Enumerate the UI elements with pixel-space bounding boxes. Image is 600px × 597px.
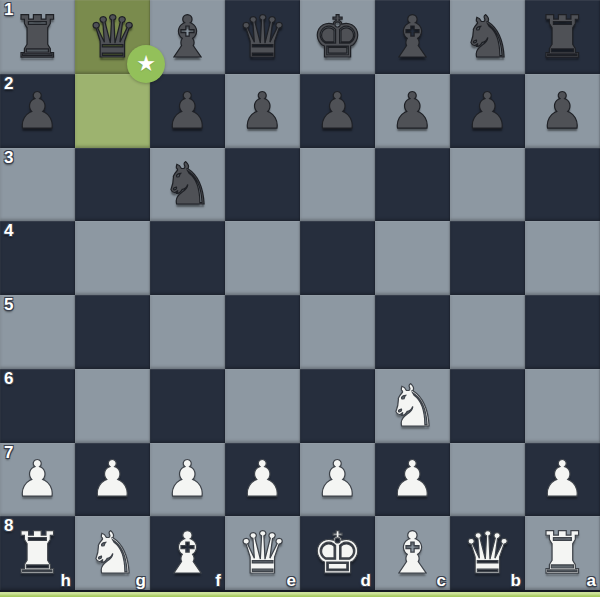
square-e2[interactable]: ♟	[225, 74, 300, 148]
square-c2[interactable]: ♟	[375, 74, 450, 148]
square-h6[interactable]: 6	[0, 369, 75, 443]
square-e3[interactable]	[225, 148, 300, 222]
white-pawn-piece[interactable]: ♟	[90, 454, 135, 504]
file-label-h: h	[61, 572, 71, 589]
square-h8[interactable]: ♜8h	[0, 516, 75, 590]
square-e7[interactable]: ♟	[225, 443, 300, 517]
square-d7[interactable]: ♟	[300, 443, 375, 517]
square-d5[interactable]	[300, 295, 375, 369]
black-pawn-piece[interactable]: ♟	[315, 86, 360, 136]
square-f7[interactable]: ♟	[150, 443, 225, 517]
square-f2[interactable]: ♟	[150, 74, 225, 148]
white-pawn-piece[interactable]: ♟	[315, 454, 360, 504]
square-d2[interactable]: ♟	[300, 74, 375, 148]
bottom-panel-edge	[0, 590, 600, 597]
square-f4[interactable]	[150, 221, 225, 295]
square-g2[interactable]	[75, 74, 150, 148]
black-knight-piece[interactable]: ♞	[162, 155, 214, 213]
white-pawn-piece[interactable]: ♟	[240, 454, 285, 504]
square-h7[interactable]: ♟7	[0, 443, 75, 517]
black-pawn-piece[interactable]: ♟	[540, 86, 585, 136]
file-label-g: g	[136, 572, 146, 589]
square-e6[interactable]	[225, 369, 300, 443]
white-pawn-piece[interactable]: ♟	[165, 454, 210, 504]
square-a8[interactable]: ♜a	[525, 516, 600, 590]
square-d8[interactable]: ♚d	[300, 516, 375, 590]
black-queen-piece[interactable]: ♛	[237, 8, 289, 66]
square-e5[interactable]	[225, 295, 300, 369]
square-c4[interactable]	[375, 221, 450, 295]
square-b6[interactable]	[450, 369, 525, 443]
black-pawn-piece[interactable]: ♟	[390, 86, 435, 136]
white-pawn-piece[interactable]: ♟	[390, 454, 435, 504]
square-h4[interactable]: 4	[0, 221, 75, 295]
white-knight-piece[interactable]: ♞	[387, 377, 439, 435]
square-g7[interactable]: ♟	[75, 443, 150, 517]
square-d4[interactable]	[300, 221, 375, 295]
square-g3[interactable]	[75, 148, 150, 222]
square-c5[interactable]	[375, 295, 450, 369]
white-queen-piece[interactable]: ♛	[237, 524, 289, 582]
square-c7[interactable]: ♟	[375, 443, 450, 517]
square-e4[interactable]	[225, 221, 300, 295]
file-label-a: a	[587, 572, 596, 589]
black-pawn-piece[interactable]: ♟	[165, 86, 210, 136]
square-c8[interactable]: ♝c	[375, 516, 450, 590]
white-bishop-piece[interactable]: ♝	[162, 524, 214, 582]
rank-label-4: 4	[4, 222, 13, 241]
square-a1[interactable]: ♜	[525, 0, 600, 74]
square-b7[interactable]	[450, 443, 525, 517]
square-h1[interactable]: ♜1	[0, 0, 75, 74]
promotion-star-badge: ★	[127, 45, 165, 83]
file-label-e: e	[287, 572, 296, 589]
square-a5[interactable]	[525, 295, 600, 369]
square-c1[interactable]: ♝	[375, 0, 450, 74]
square-b3[interactable]	[450, 148, 525, 222]
square-e8[interactable]: ♛e	[225, 516, 300, 590]
square-g4[interactable]	[75, 221, 150, 295]
square-b5[interactable]	[450, 295, 525, 369]
black-pawn-piece[interactable]: ♟	[240, 86, 285, 136]
white-rook-piece[interactable]: ♜	[12, 524, 64, 582]
white-bishop-piece[interactable]: ♝	[387, 524, 439, 582]
square-b8[interactable]: ♛b	[450, 516, 525, 590]
square-a6[interactable]	[525, 369, 600, 443]
black-knight-piece[interactable]: ♞	[462, 8, 514, 66]
white-knight-piece[interactable]: ♞	[87, 524, 139, 582]
square-a2[interactable]: ♟	[525, 74, 600, 148]
square-f6[interactable]	[150, 369, 225, 443]
square-b4[interactable]	[450, 221, 525, 295]
square-g8[interactable]: ♞g	[75, 516, 150, 590]
rank-label-1: 1	[4, 1, 13, 20]
rank-label-7: 7	[4, 444, 13, 463]
file-label-c: c	[437, 572, 446, 589]
square-h3[interactable]: 3	[0, 148, 75, 222]
black-king-piece[interactable]: ♚	[312, 8, 364, 66]
black-rook-piece[interactable]: ♜	[12, 8, 64, 66]
white-queen-piece[interactable]: ♛	[462, 524, 514, 582]
square-b2[interactable]: ♟	[450, 74, 525, 148]
square-e1[interactable]: ♛	[225, 0, 300, 74]
app-screen: ♜1♛♝♛♚♝♞♜♟2♟♟♟♟♟♟3♞456♞♟7♟♟♟♟♟♟♜8h♞g♝f♛e…	[0, 0, 600, 597]
white-king-piece[interactable]: ♚	[312, 524, 364, 582]
black-rook-piece[interactable]: ♜	[537, 8, 589, 66]
white-rook-piece[interactable]: ♜	[537, 524, 589, 582]
file-label-f: f	[215, 572, 221, 589]
square-f3[interactable]: ♞	[150, 148, 225, 222]
rank-label-3: 3	[4, 149, 13, 168]
square-f8[interactable]: ♝f	[150, 516, 225, 590]
black-bishop-piece[interactable]: ♝	[387, 8, 439, 66]
rank-label-2: 2	[4, 75, 13, 94]
black-pawn-piece[interactable]: ♟	[15, 86, 60, 136]
square-h2[interactable]: ♟2	[0, 74, 75, 148]
square-g6[interactable]	[75, 369, 150, 443]
rank-label-6: 6	[4, 370, 13, 389]
square-a3[interactable]	[525, 148, 600, 222]
file-label-b: b	[511, 572, 521, 589]
square-d1[interactable]: ♚	[300, 0, 375, 74]
square-d3[interactable]	[300, 148, 375, 222]
square-a7[interactable]: ♟	[525, 443, 600, 517]
square-d6[interactable]	[300, 369, 375, 443]
square-g5[interactable]	[75, 295, 150, 369]
white-pawn-piece[interactable]: ♟	[15, 454, 60, 504]
rank-label-8: 8	[4, 517, 13, 536]
white-pawn-piece[interactable]: ♟	[540, 454, 585, 504]
black-bishop-piece[interactable]: ♝	[162, 8, 214, 66]
file-label-d: d	[361, 572, 371, 589]
square-c6[interactable]: ♞	[375, 369, 450, 443]
star-icon: ★	[136, 53, 156, 75]
square-f5[interactable]	[150, 295, 225, 369]
rank-label-5: 5	[4, 296, 13, 315]
chess-board: ♜1♛♝♛♚♝♞♜♟2♟♟♟♟♟♟3♞456♞♟7♟♟♟♟♟♟♜8h♞g♝f♛e…	[0, 0, 600, 590]
square-h5[interactable]: 5	[0, 295, 75, 369]
square-c3[interactable]	[375, 148, 450, 222]
square-a4[interactable]	[525, 221, 600, 295]
square-b1[interactable]: ♞	[450, 0, 525, 74]
black-pawn-piece[interactable]: ♟	[465, 86, 510, 136]
